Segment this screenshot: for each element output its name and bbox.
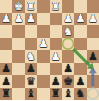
square-c1[interactable] — [62, 0, 74, 13]
square-h7[interactable]: ♟ — [0, 75, 12, 88]
square-d8[interactable]: ♜ — [50, 88, 62, 101]
white-pawn-piece[interactable]: ♟ — [37, 38, 49, 51]
square-g6[interactable] — [12, 63, 24, 76]
square-f7[interactable]: ♛ — [25, 75, 37, 88]
black-king-piece[interactable]: ♚ — [62, 75, 74, 88]
square-h2[interactable]: ♟ — [0, 13, 12, 26]
square-b1[interactable] — [74, 0, 86, 13]
black-bishop-piece[interactable]: ♝ — [25, 88, 37, 101]
square-a6[interactable] — [87, 63, 99, 76]
square-g3[interactable] — [12, 25, 24, 38]
square-c7[interactable]: ♚ — [62, 75, 74, 88]
square-c8[interactable]: ♝ — [62, 88, 74, 101]
square-d6[interactable] — [50, 63, 62, 76]
square-d2[interactable] — [50, 13, 62, 26]
square-e6[interactable] — [37, 63, 49, 76]
square-a4[interactable] — [87, 38, 99, 51]
square-d1[interactable]: ♜ — [50, 0, 62, 13]
square-g1[interactable]: ♚ — [12, 0, 24, 13]
square-g8[interactable] — [12, 88, 24, 101]
square-b4[interactable] — [74, 38, 86, 51]
square-h3[interactable] — [0, 25, 12, 38]
square-d5[interactable]: ♟ — [50, 50, 62, 63]
square-b8[interactable]: ♞ — [74, 88, 86, 101]
square-f6[interactable]: ♟ — [25, 63, 37, 76]
chess-board: ♚♜♜♟♟♟♟♟♟♞♟♞♟♟♟♟♟♟♛♟♚♟♜♝♜♝♞ — [0, 0, 99, 100]
square-e8[interactable] — [37, 88, 49, 101]
square-c3[interactable]: ♞ — [62, 25, 74, 38]
square-d4[interactable] — [50, 38, 62, 51]
white-pawn-piece[interactable]: ♟ — [0, 13, 12, 26]
black-pawn-piece[interactable]: ♟ — [62, 63, 74, 76]
square-a1[interactable] — [87, 0, 99, 13]
black-pawn-piece[interactable]: ♟ — [0, 63, 12, 76]
white-rook-piece[interactable]: ♜ — [25, 0, 37, 13]
square-c4[interactable] — [62, 38, 74, 51]
white-pawn-piece[interactable]: ♟ — [12, 13, 24, 26]
square-h4[interactable] — [0, 38, 12, 51]
white-pawn-piece[interactable]: ♟ — [74, 13, 86, 26]
square-e1[interactable] — [37, 0, 49, 13]
square-g2[interactable]: ♟ — [12, 13, 24, 26]
square-b2[interactable]: ♟ — [74, 13, 86, 26]
square-f1[interactable]: ♜ — [25, 0, 37, 13]
square-h1[interactable] — [0, 0, 12, 13]
black-queen-piece[interactable]: ♛ — [25, 75, 37, 88]
square-b7[interactable]: ♟ — [74, 75, 86, 88]
square-g7[interactable] — [12, 75, 24, 88]
square-b6[interactable] — [74, 63, 86, 76]
white-pawn-piece[interactable]: ♟ — [87, 13, 99, 26]
square-a3[interactable] — [87, 25, 99, 38]
square-a8[interactable] — [87, 88, 99, 101]
square-c2[interactable]: ♟ — [62, 13, 74, 26]
square-f8[interactable]: ♝ — [25, 88, 37, 101]
square-f5[interactable]: ♞ — [25, 50, 37, 63]
square-e2[interactable] — [37, 13, 49, 26]
black-rook-piece[interactable]: ♜ — [0, 88, 12, 101]
square-g5[interactable] — [12, 50, 24, 63]
white-pawn-piece[interactable]: ♟ — [25, 13, 37, 26]
white-knight-piece[interactable]: ♞ — [62, 25, 74, 38]
white-knight-piece[interactable]: ♞ — [25, 50, 37, 63]
black-rook-piece[interactable]: ♜ — [50, 88, 62, 101]
black-pawn-piece[interactable]: ♟ — [25, 63, 37, 76]
square-h5[interactable] — [0, 50, 12, 63]
square-f4[interactable] — [25, 38, 37, 51]
black-knight-piece[interactable]: ♞ — [74, 88, 86, 101]
square-g4[interactable] — [12, 38, 24, 51]
black-pawn-piece[interactable]: ♟ — [74, 75, 86, 88]
black-bishop-piece[interactable]: ♝ — [62, 88, 74, 101]
square-h8[interactable]: ♜ — [0, 88, 12, 101]
square-e7[interactable] — [37, 75, 49, 88]
white-pawn-piece[interactable]: ♟ — [50, 50, 62, 63]
white-king-piece[interactable]: ♚ — [12, 0, 24, 13]
square-a7[interactable] — [87, 75, 99, 88]
black-pawn-piece[interactable]: ♟ — [50, 75, 62, 88]
black-pawn-piece[interactable]: ♟ — [0, 75, 12, 88]
square-b5[interactable] — [74, 50, 86, 63]
square-b3[interactable] — [74, 25, 86, 38]
square-d7[interactable]: ♟ — [50, 75, 62, 88]
square-c6[interactable]: ♟ — [62, 63, 74, 76]
white-rook-piece[interactable]: ♜ — [50, 0, 62, 13]
chess-board-wrapper: ♚♜♜♟♟♟♟♟♟♞♟♞♟♟♟♟♟♟♛♟♚♟♜♝♜♝♞ — [0, 0, 99, 100]
white-pawn-piece[interactable]: ♟ — [62, 13, 74, 26]
square-a5[interactable]: ♟ — [87, 50, 99, 63]
square-c5[interactable] — [62, 50, 74, 63]
square-a2[interactable]: ♟ — [87, 13, 99, 26]
square-f3[interactable] — [25, 25, 37, 38]
square-e4[interactable]: ♟ — [37, 38, 49, 51]
black-pawn-piece[interactable]: ♟ — [87, 50, 99, 63]
square-h6[interactable]: ♟ — [0, 63, 12, 76]
square-e5[interactable] — [37, 50, 49, 63]
square-d3[interactable] — [50, 25, 62, 38]
square-e3[interactable] — [37, 25, 49, 38]
square-f2[interactable]: ♟ — [25, 13, 37, 26]
